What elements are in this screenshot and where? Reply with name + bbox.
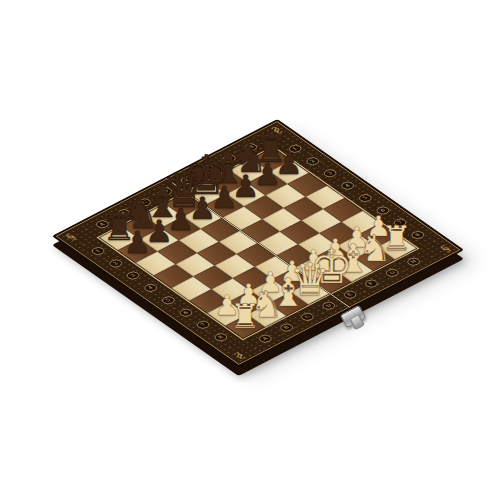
product-photo-scene: § § § § ABCDEFGH ABCDEFGH 12345678 12345… [0,0,500,500]
rank-label: 3 [322,168,339,178]
rank-label: 7 [195,320,212,330]
rank-label: 3 [125,270,142,280]
corner-scroll-ornament: § [438,244,453,253]
file-label: H [405,256,422,266]
rank-label: 5 [160,295,177,305]
rank-label: 4 [339,180,356,190]
rank-label: 8 [212,332,229,342]
rank-label: 5 [357,193,374,203]
corner-scroll-ornament: § [232,351,247,360]
piece-black-pawn-a7[interactable]: ♟ [123,227,151,258]
corner-scroll-ornament: § [63,232,78,241]
rank-label: 8 [409,230,426,240]
rank-label: 2 [304,156,321,166]
rank-label: 4 [142,283,159,293]
rank-label: 2 [107,258,124,268]
piece-white-rook-a1[interactable]: ♜ [230,299,260,333]
rank-label: 6 [177,307,194,317]
